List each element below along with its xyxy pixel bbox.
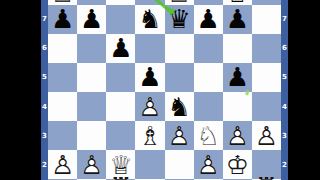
- piece-fill-layer: ♟: [77, 150, 106, 179]
- square-f6[interactable]: [194, 34, 223, 63]
- piece-black-pawn[interactable]: ♟: [194, 5, 223, 34]
- piece-outline-layer: ♘: [194, 121, 223, 150]
- square-g7[interactable]: ♟: [223, 5, 252, 34]
- square-e4[interactable]: ♞: [165, 92, 194, 121]
- piece-fill-layer: ♟: [165, 121, 194, 150]
- piece-glyph: ♟: [223, 63, 252, 92]
- square-g5[interactable]: ♟: [223, 63, 252, 92]
- piece-glyph: ♟: [106, 34, 135, 63]
- square-e6[interactable]: [165, 34, 194, 63]
- rank-label-7: 7: [281, 16, 288, 23]
- square-f4[interactable]: [194, 92, 223, 121]
- piece-white-queen[interactable]: ♛♕: [106, 150, 135, 179]
- square-b4[interactable]: [77, 92, 106, 121]
- square-h3[interactable]: ♟♙: [252, 121, 281, 150]
- piece-fill-layer: ♛: [106, 150, 135, 179]
- square-a1[interactable]: [48, 179, 77, 180]
- square-f5[interactable]: [194, 63, 223, 92]
- piece-black-pawn[interactable]: ♟: [106, 34, 135, 63]
- piece-fill-layer: ♚: [223, 150, 252, 179]
- square-h5[interactable]: [252, 63, 281, 92]
- rank-label-2: 2: [281, 161, 288, 168]
- square-e3[interactable]: ♟♙: [165, 121, 194, 150]
- piece-black-pawn[interactable]: ♟: [48, 5, 77, 34]
- square-h1[interactable]: ♜♖: [252, 179, 281, 180]
- rank-label-4: 4: [41, 103, 48, 110]
- square-b2[interactable]: ♟♙: [77, 150, 106, 179]
- square-d7[interactable]: ♞: [135, 5, 164, 34]
- square-g4[interactable]: [223, 92, 252, 121]
- chess-board-video-frame: 765432 ♜♜♚♟♟♞♛♟♟♟♟♟♟♙♞♝♗♟♙♞♘♟♙♟♙♟♙♟♙♛♕♟♙…: [0, 0, 320, 180]
- piece-black-pawn[interactable]: ♟: [77, 5, 106, 34]
- piece-outline-layer: ♙: [165, 121, 194, 150]
- square-c3[interactable]: [106, 121, 135, 150]
- piece-outline-layer: ♕: [106, 150, 135, 179]
- piece-white-king[interactable]: ♚♔: [223, 150, 252, 179]
- piece-black-pawn[interactable]: ♟: [223, 63, 252, 92]
- square-a6[interactable]: [48, 34, 77, 63]
- piece-fill-layer: ♟: [194, 150, 223, 179]
- square-g2[interactable]: ♚♔: [223, 150, 252, 179]
- square-g1[interactable]: [223, 179, 252, 180]
- rank-label-3: 3: [281, 132, 288, 139]
- piece-outline-layer: ♙: [223, 121, 252, 150]
- piece-black-pawn[interactable]: ♟: [223, 5, 252, 34]
- square-c5[interactable]: [106, 63, 135, 92]
- piece-outline-layer: ♔: [223, 150, 252, 179]
- piece-black-knight[interactable]: ♞: [165, 92, 194, 121]
- piece-white-pawn[interactable]: ♟♙: [252, 121, 281, 150]
- square-a4[interactable]: [48, 92, 77, 121]
- rank-label-2: 2: [41, 161, 48, 168]
- piece-outline-layer: ♙: [135, 92, 164, 121]
- piece-white-pawn[interactable]: ♟♙: [165, 121, 194, 150]
- square-f2[interactable]: ♟♙: [194, 150, 223, 179]
- piece-fill-layer: ♟: [135, 92, 164, 121]
- rank-label-3: 3: [41, 132, 48, 139]
- square-d5[interactable]: ♟: [135, 63, 164, 92]
- piece-outline-layer: ♙: [48, 150, 77, 179]
- square-b5[interactable]: [77, 63, 106, 92]
- square-d6[interactable]: [135, 34, 164, 63]
- square-g6[interactable]: [223, 34, 252, 63]
- rank-label-6: 6: [41, 45, 48, 52]
- square-a3[interactable]: [48, 121, 77, 150]
- piece-black-queen[interactable]: ♛: [165, 5, 194, 34]
- piece-fill-layer: ♟: [252, 121, 281, 150]
- square-h2[interactable]: [252, 150, 281, 179]
- square-d1[interactable]: [135, 179, 164, 180]
- square-d2[interactable]: [135, 150, 164, 179]
- piece-black-pawn[interactable]: ♟: [135, 63, 164, 92]
- square-e7[interactable]: ♛: [165, 5, 194, 34]
- rank-label-7: 7: [41, 16, 48, 23]
- rank-label-5: 5: [41, 74, 48, 81]
- square-h4[interactable]: [252, 92, 281, 121]
- piece-white-pawn[interactable]: ♟♙: [135, 92, 164, 121]
- piece-fill-layer: ♟: [48, 150, 77, 179]
- square-h7[interactable]: [252, 5, 281, 34]
- piece-glyph: ♟: [223, 5, 252, 34]
- piece-glyph: ♟: [135, 63, 164, 92]
- piece-black-knight[interactable]: ♞: [135, 5, 164, 34]
- square-d3[interactable]: ♝♗: [135, 121, 164, 150]
- piece-white-pawn[interactable]: ♟♙: [77, 150, 106, 179]
- chess-board-with-border: 765432 ♜♜♚♟♟♞♛♟♟♟♟♟♟♙♞♝♗♟♙♞♘♟♙♟♙♟♙♟♙♛♕♟♙…: [41, 0, 288, 180]
- piece-white-pawn[interactable]: ♟♙: [194, 150, 223, 179]
- piece-white-knight[interactable]: ♞♘: [194, 121, 223, 150]
- chess-board[interactable]: ♜♜♚♟♟♞♛♟♟♟♟♟♟♙♞♝♗♟♙♞♘♟♙♟♙♟♙♟♙♛♕♟♙♚♔♜♖♜♖: [48, 0, 281, 180]
- square-a5[interactable]: [48, 63, 77, 92]
- square-f3[interactable]: ♞♘: [194, 121, 223, 150]
- square-h6[interactable]: [252, 34, 281, 63]
- square-c7[interactable]: [106, 5, 135, 34]
- square-a2[interactable]: ♟♙: [48, 150, 77, 179]
- square-b6[interactable]: [77, 34, 106, 63]
- square-c6[interactable]: ♟: [106, 34, 135, 63]
- square-e5[interactable]: [165, 63, 194, 92]
- square-a7[interactable]: ♟: [48, 5, 77, 34]
- square-b3[interactable]: [77, 121, 106, 150]
- piece-white-pawn[interactable]: ♟♙: [48, 150, 77, 179]
- square-g3[interactable]: ♟♙: [223, 121, 252, 150]
- piece-white-rook[interactable]: ♜♖: [252, 179, 281, 180]
- square-f1[interactable]: [194, 179, 223, 180]
- board-border-right: 765432: [281, 0, 288, 180]
- piece-fill-layer: ♝: [135, 121, 164, 150]
- square-b1[interactable]: [77, 179, 106, 180]
- rank-label-5: 5: [281, 74, 288, 81]
- board-border-left: 765432: [41, 0, 48, 180]
- square-d4[interactable]: ♟♙: [135, 92, 164, 121]
- square-c1[interactable]: ♜♖: [106, 179, 135, 180]
- rank-label-6: 6: [281, 45, 288, 52]
- piece-white-bishop[interactable]: ♝♗: [135, 121, 164, 150]
- piece-white-rook[interactable]: ♜♖: [106, 179, 135, 180]
- piece-outline-layer: ♙: [194, 150, 223, 179]
- piece-fill-layer: ♞: [194, 121, 223, 150]
- square-b7[interactable]: ♟: [77, 5, 106, 34]
- piece-glyph: ♟: [194, 5, 223, 34]
- square-f7[interactable]: ♟: [194, 5, 223, 34]
- piece-outline-layer: ♙: [252, 121, 281, 150]
- square-c4[interactable]: [106, 92, 135, 121]
- piece-glyph: ♛: [165, 5, 194, 34]
- square-e1[interactable]: [165, 179, 194, 180]
- piece-glyph: ♞: [135, 5, 164, 34]
- rank-label-4: 4: [281, 103, 288, 110]
- piece-glyph: ♟: [48, 5, 77, 34]
- piece-white-pawn[interactable]: ♟♙: [223, 121, 252, 150]
- piece-outline-layer: ♗: [135, 121, 164, 150]
- piece-fill-layer: ♟: [223, 121, 252, 150]
- piece-glyph: ♞: [165, 92, 194, 121]
- square-e2[interactable]: [165, 150, 194, 179]
- piece-glyph: ♟: [77, 5, 106, 34]
- square-c2[interactable]: ♛♕: [106, 150, 135, 179]
- piece-outline-layer: ♙: [77, 150, 106, 179]
